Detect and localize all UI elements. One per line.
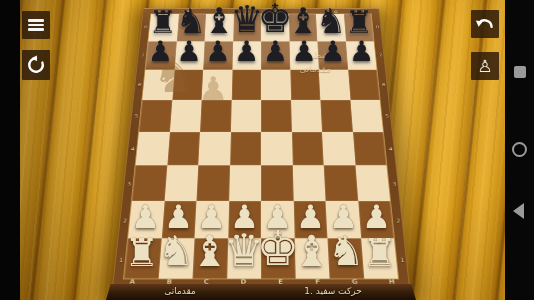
square-b4[interactable] [167, 132, 200, 166]
square-d5[interactable] [230, 100, 261, 132]
square-c5[interactable] [200, 100, 231, 132]
square-c3[interactable] [196, 165, 229, 201]
square-f5[interactable] [291, 100, 322, 132]
square-a4[interactable] [136, 132, 170, 166]
rank-label-left-4: 4 [128, 146, 137, 152]
piece-black-pawn-f7[interactable]: ♟ [291, 38, 316, 66]
square-d4[interactable] [230, 132, 261, 166]
rotate-icon [26, 55, 46, 75]
rank-label-left-5: 5 [132, 114, 140, 119]
rank-label-right-3: 3 [390, 181, 399, 187]
app-screen: 8877665544332211AABBCCDDEEFFGGHH مقدماتی… [0, 0, 534, 300]
square-h3[interactable] [355, 165, 390, 201]
recents-square-icon [514, 66, 526, 78]
square-e4[interactable] [261, 132, 292, 166]
file-label-bottom-d: D [237, 278, 249, 285]
square-b6[interactable] [172, 70, 203, 100]
square-e5[interactable] [261, 100, 292, 132]
piece-black-pawn-b7[interactable]: ♟ [177, 38, 202, 66]
file-label-bottom-h: H [385, 278, 398, 285]
piece-white-knight-b1[interactable]: ♞ [157, 231, 194, 272]
square-d3[interactable] [229, 165, 261, 201]
hamburger-icon [28, 19, 44, 31]
piece-black-pawn-a7[interactable]: ♟ [148, 38, 173, 66]
square-e6[interactable] [261, 70, 291, 100]
piece-black-pawn-h7[interactable]: ♟ [349, 38, 374, 66]
piece-black-pawn-c7[interactable]: ♟ [205, 38, 230, 66]
home-button[interactable] [505, 128, 534, 168]
square-b5[interactable] [169, 100, 201, 132]
square-g4[interactable] [322, 132, 355, 166]
piece-black-pawn-e7[interactable]: ♟ [263, 38, 288, 66]
square-f4[interactable] [292, 132, 324, 166]
rank-label-right-4: 4 [386, 146, 395, 152]
rank-label-left-6: 6 [135, 83, 143, 88]
piece-black-knight-g8[interactable]: ♞ [316, 4, 347, 38]
square-c4[interactable] [198, 132, 230, 166]
undo-button[interactable] [471, 10, 499, 38]
difficulty-label: مقدماتی [135, 286, 225, 296]
square-b3[interactable] [164, 165, 198, 201]
undo-icon [475, 14, 495, 34]
square-g6[interactable] [319, 70, 350, 100]
file-label-bottom-f: F [312, 278, 324, 285]
square-a5[interactable] [139, 100, 172, 132]
piece-white-knight-g1[interactable]: ♞ [327, 231, 364, 272]
square-g3[interactable] [324, 165, 358, 201]
rank-label-right-5: 5 [383, 114, 391, 119]
square-d6[interactable] [231, 70, 261, 100]
square-f6[interactable] [290, 70, 320, 100]
pawn-icon: ♙ [477, 58, 492, 75]
square-e3[interactable] [261, 165, 293, 201]
file-label-bottom-e: E [275, 278, 287, 285]
square-a6[interactable] [142, 70, 174, 100]
file-label-bottom-a: A [126, 278, 139, 285]
home-circle-icon [512, 142, 527, 157]
square-a3[interactable] [132, 165, 167, 201]
piece-white-bishop-f1[interactable]: ♝ [293, 230, 331, 273]
recents-button[interactable] [505, 52, 534, 92]
rotate-board-button[interactable] [22, 50, 50, 80]
square-h4[interactable] [353, 132, 387, 166]
android-nav-bar [505, 0, 534, 300]
piece-black-rook-h8[interactable]: ♜ [345, 7, 373, 39]
piece-white-pawn-h2[interactable]: ♟ [362, 201, 391, 233]
square-h6[interactable] [348, 70, 380, 100]
rank-label-right-2: 2 [394, 218, 403, 224]
piece-black-pawn-d7[interactable]: ♟ [234, 38, 259, 66]
square-c6[interactable] [202, 70, 232, 100]
back-triangle-icon [513, 203, 524, 219]
piece-black-pawn-g7[interactable]: ♟ [320, 38, 345, 66]
piece-white-rook-h1[interactable]: ♜ [363, 234, 397, 272]
rank-label-left-7: 7 [139, 53, 147, 58]
back-button[interactable] [505, 190, 534, 230]
menu-button[interactable] [22, 11, 50, 39]
left-letterbox [0, 0, 20, 300]
file-label-bottom-b: B [163, 278, 175, 285]
turn-indicator: 1. حرکت سفید [283, 286, 383, 296]
piece-black-knight-b8[interactable]: ♞ [176, 4, 207, 38]
rank-label-right-7: 7 [377, 53, 385, 58]
piece-white-pawn-a2[interactable]: ♟ [131, 201, 160, 233]
rank-label-right-8: 8 [374, 25, 382, 29]
square-f3[interactable] [292, 165, 325, 201]
piece-black-rook-a8[interactable]: ♜ [149, 7, 177, 39]
file-label-bottom-g: G [348, 278, 360, 285]
file-label-bottom-c: C [200, 278, 212, 285]
piece-white-rook-a1[interactable]: ♜ [125, 234, 159, 272]
rank-label-right-1: 1 [398, 257, 408, 264]
square-g5[interactable] [320, 100, 352, 132]
rank-label-left-3: 3 [125, 181, 134, 187]
piece-set-button[interactable]: ♙ [471, 52, 499, 80]
piece-black-bishop-f8[interactable]: ♝ [287, 3, 319, 38]
square-h5[interactable] [350, 100, 383, 132]
rank-label-left-2: 2 [121, 218, 130, 224]
rank-label-right-6: 6 [380, 83, 388, 88]
